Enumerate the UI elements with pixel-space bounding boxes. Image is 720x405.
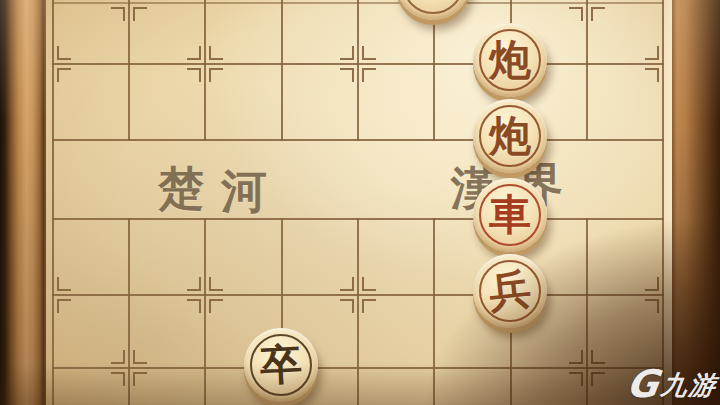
piece-character: 炮: [473, 23, 547, 97]
grid-line: [586, 0, 588, 141]
piece-red-soldier[interactable]: 兵: [473, 254, 547, 328]
position-marker: [362, 46, 376, 60]
position-marker: [133, 7, 147, 21]
grid-line: [204, 0, 206, 141]
position-marker: [209, 68, 223, 82]
piece-character: 炮: [473, 99, 547, 173]
position-marker: [209, 277, 223, 291]
position-marker: [362, 68, 376, 82]
position-marker: [569, 350, 583, 364]
grid-line: [281, 0, 283, 141]
position-marker: [362, 299, 376, 313]
board-frame-right: [672, 0, 720, 405]
position-marker: [591, 7, 605, 21]
piece-character: 卒: [242, 326, 320, 404]
board-frame-left: [0, 0, 46, 405]
jiuyou-watermark-text: 九游: [659, 372, 719, 401]
river-label-chu: 楚: [158, 165, 204, 211]
piece-black-soldier[interactable]: 卒: [244, 328, 318, 402]
grid-line: [128, 0, 130, 141]
position-marker: [340, 46, 354, 60]
position-marker: [133, 372, 147, 386]
position-marker: [209, 299, 223, 313]
river-label-he: 河: [221, 168, 267, 214]
position-marker: [362, 277, 376, 291]
position-marker: [57, 68, 71, 82]
position-marker: [569, 7, 583, 21]
piece-red-cannon-1[interactable]: 炮: [473, 23, 547, 97]
grid-line: [662, 0, 664, 405]
position-marker: [187, 68, 201, 82]
jiuyou-watermark: G 九游: [627, 367, 717, 401]
grid-line: [52, 0, 54, 405]
grid-line: [433, 218, 435, 405]
position-marker: [111, 350, 125, 364]
piece-character: 車: [473, 178, 547, 252]
piece-red-cannon-2[interactable]: 炮: [473, 99, 547, 173]
piece-red-chariot[interactable]: 車: [473, 178, 547, 252]
position-marker: [209, 46, 223, 60]
position-marker: [57, 277, 71, 291]
position-marker: [340, 299, 354, 313]
xiangqi-board[interactable]: [46, 0, 674, 405]
position-marker: [187, 46, 201, 60]
position-marker: [645, 277, 659, 291]
position-marker: [569, 372, 583, 386]
grid-line: [128, 218, 130, 405]
grid-line: [357, 218, 359, 405]
grid-line: [433, 0, 435, 141]
position-marker: [111, 7, 125, 21]
position-marker: [57, 46, 71, 60]
position-marker: [591, 372, 605, 386]
jiuyou-logo-icon: G: [624, 367, 660, 401]
position-marker: [645, 68, 659, 82]
grid-line: [357, 0, 359, 141]
piece-ring: [402, 0, 464, 14]
piece-character: 兵: [469, 250, 550, 331]
position-marker: [57, 299, 71, 313]
grid-line: [204, 218, 206, 405]
position-marker: [645, 46, 659, 60]
position-marker: [340, 68, 354, 82]
position-marker: [187, 277, 201, 291]
position-marker: [133, 350, 147, 364]
position-marker: [645, 299, 659, 313]
grid-line: [586, 218, 588, 405]
xiangqi-game-screenshot: 楚 河 漢 界 炮炮車兵卒 G 九游: [0, 0, 720, 405]
position-marker: [340, 277, 354, 291]
position-marker: [187, 299, 201, 313]
position-marker: [591, 350, 605, 364]
position-marker: [111, 372, 125, 386]
